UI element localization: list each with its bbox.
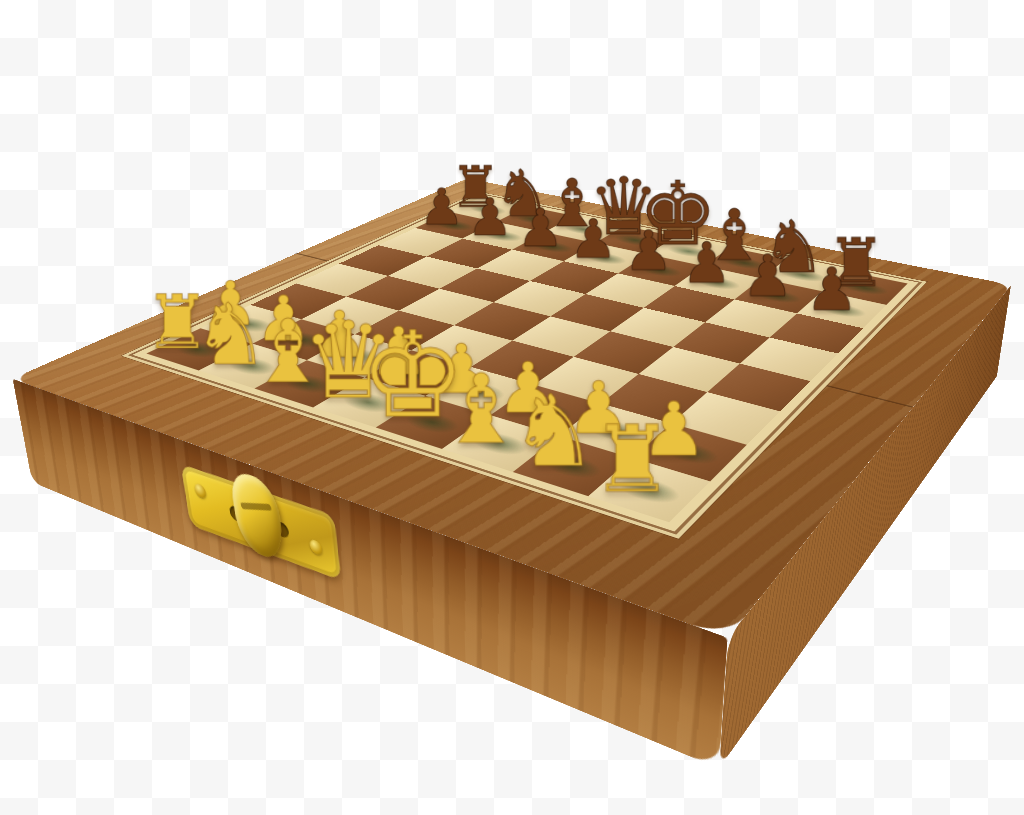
piece-black-pawn-a7: ♟ (419, 182, 464, 232)
piece-black-pawn-e7: ♟ (624, 223, 673, 278)
chess-box: ♜♞♝♛♚♝♞♜♟♟♟♟♟♟♟♟♟♟♟♟♟♟♟♟♜♞♝♛♚♝♞♜ (13, 178, 1012, 637)
piece-white-rook-h1: ♜ (591, 414, 673, 506)
piece-black-pawn-c7: ♟ (517, 201, 564, 253)
piece-black-pawn-h7: ♟ (805, 259, 858, 318)
piece-black-pawn-d7: ♟ (569, 212, 617, 266)
piece-black-pawn-f7: ♟ (682, 234, 732, 290)
product-photo-background: ♜♞♝♛♚♝♞♜♟♟♟♟♟♟♟♟♟♟♟♟♟♟♟♟♜♞♝♛♚♝♞♜ (0, 0, 1024, 815)
piece-black-pawn-b7: ♟ (467, 191, 513, 242)
latch-clasp-knob (229, 468, 286, 564)
piece-white-knight-g1: ♞ (510, 382, 599, 481)
piece-black-pawn-g7: ♟ (742, 247, 794, 305)
